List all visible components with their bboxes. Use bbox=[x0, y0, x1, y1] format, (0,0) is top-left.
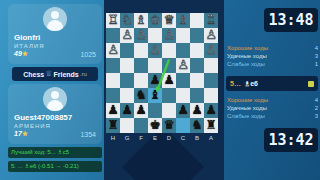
piece-black-pawn: ♟ bbox=[191, 104, 202, 117]
file-label-f: F bbox=[134, 135, 148, 142]
avatar-black[interactable] bbox=[43, 87, 67, 111]
piece-black-pawn: ♟ bbox=[163, 74, 174, 87]
square-b5[interactable] bbox=[190, 73, 204, 88]
square-f6[interactable]: ♞ bbox=[134, 88, 148, 103]
stat-row-white-lucky: Удачные ходы3 bbox=[227, 52, 318, 60]
square-f8[interactable] bbox=[134, 118, 148, 133]
piece-white-pawn: ♙ bbox=[205, 44, 216, 57]
avatar-icon bbox=[51, 11, 59, 19]
square-h2[interactable] bbox=[106, 28, 120, 43]
stat-row-black-weak: Слабые ходы3 bbox=[227, 112, 318, 120]
piece-black-pawn: ♟ bbox=[205, 104, 216, 117]
stat-label: Слабые ходы bbox=[227, 113, 265, 119]
current-move-bar[interactable]: 5… ♗e6 bbox=[226, 76, 318, 91]
square-g2[interactable]: ♙ bbox=[120, 28, 134, 43]
stat-value: 4 bbox=[315, 97, 318, 103]
square-a3[interactable]: ♙ bbox=[204, 43, 218, 58]
avatar-white[interactable] bbox=[43, 7, 67, 31]
square-h1[interactable]: ♖ bbox=[106, 13, 120, 28]
stat-value: 2 bbox=[315, 105, 318, 111]
square-a2[interactable]: ♙ bbox=[204, 28, 218, 43]
player-country-black: АРМЕНИЯ bbox=[14, 123, 96, 129]
piece-black-knight: ♞ bbox=[135, 89, 146, 102]
player-name-white: Gionfri bbox=[14, 33, 96, 42]
file-label-g: G bbox=[120, 135, 134, 142]
piece-white-pawn: ♙ bbox=[121, 29, 132, 42]
move-number: 5… bbox=[230, 80, 241, 87]
piece-black-pawn: ♟ bbox=[149, 74, 160, 87]
square-d2[interactable]: ♙ bbox=[162, 28, 176, 43]
square-b7[interactable]: ♟ bbox=[190, 103, 204, 118]
square-f1[interactable]: ♗ bbox=[134, 13, 148, 28]
square-e2[interactable] bbox=[148, 28, 162, 43]
square-g1[interactable]: ♘ bbox=[120, 13, 134, 28]
stat-row-white-weak: Слабые ходы1 bbox=[227, 60, 318, 68]
square-d4[interactable] bbox=[162, 58, 176, 73]
square-d5[interactable]: ♟ bbox=[162, 73, 176, 88]
file-label-e: E bbox=[148, 135, 162, 142]
square-d8[interactable]: ♛ bbox=[162, 118, 176, 133]
square-e3[interactable]: ♙ bbox=[148, 43, 162, 58]
crown-icon: ♕ bbox=[45, 70, 52, 78]
piece-black-knight: ♞ bbox=[191, 119, 202, 132]
piece-black-pawn: ♟ bbox=[177, 104, 188, 117]
square-b8[interactable]: ♞ bbox=[190, 118, 204, 133]
piece-white-pawn: ♙ bbox=[205, 29, 216, 42]
player-stars-black: 17★ bbox=[14, 130, 28, 138]
stat-label: Удачные ходы bbox=[227, 53, 267, 59]
square-h3[interactable]: ♙ bbox=[106, 43, 120, 58]
square-f4[interactable] bbox=[134, 58, 148, 73]
stat-value: 4 bbox=[315, 45, 318, 51]
best-move-hint: Лучший ход: 5... ♗c5 bbox=[8, 147, 102, 158]
square-f7[interactable]: ♟ bbox=[134, 103, 148, 118]
player-country-white: ИТАЛИЯ bbox=[14, 43, 96, 49]
played-move-eval: 5. ... ♗e6 (-0.51 → -0.21) bbox=[8, 161, 102, 172]
file-coordinates: HGFEDCBA bbox=[106, 135, 218, 142]
square-a8[interactable]: ♜ bbox=[204, 118, 218, 133]
player-rating-black: 1354 bbox=[80, 131, 96, 138]
square-g8[interactable] bbox=[120, 118, 134, 133]
star-icon: ★ bbox=[22, 130, 28, 137]
square-a6[interactable] bbox=[204, 88, 218, 103]
square-c2[interactable] bbox=[176, 28, 190, 43]
logo-text-ru: .ru bbox=[80, 71, 87, 77]
piece-white-bishop: ♗ bbox=[177, 14, 188, 27]
piece-white-queen: ♕ bbox=[163, 14, 174, 27]
square-b6[interactable] bbox=[190, 88, 204, 103]
stat-value: 3 bbox=[315, 113, 318, 119]
move-stats-black: Хорошие ходы4Удачные ходы2Слабые ходы3 bbox=[227, 96, 318, 120]
avatar-icon bbox=[47, 100, 63, 111]
square-g7[interactable]: ♟ bbox=[120, 103, 134, 118]
square-h4[interactable] bbox=[106, 58, 120, 73]
piece-white-pawn: ♙ bbox=[149, 44, 160, 57]
square-e8[interactable]: ♚ bbox=[148, 118, 162, 133]
stat-label: Хорошие ходы bbox=[227, 45, 268, 51]
square-c6[interactable] bbox=[176, 88, 190, 103]
player-stars-white: 49★ bbox=[14, 50, 28, 58]
square-e5[interactable]: ♟ bbox=[148, 73, 162, 88]
square-d3[interactable] bbox=[162, 43, 176, 58]
clock-black: 13:42 bbox=[264, 128, 318, 152]
piece-white-bishop: ♗ bbox=[135, 14, 146, 27]
player-name-black: Guest47008857 bbox=[14, 113, 96, 122]
square-h6[interactable] bbox=[106, 88, 120, 103]
square-a5[interactable] bbox=[204, 73, 218, 88]
logo-text-chess: Chess bbox=[23, 71, 44, 78]
piece-black-rook: ♜ bbox=[107, 119, 118, 132]
stat-value: 3 bbox=[315, 53, 318, 59]
piece-white-pawn: ♙ bbox=[177, 59, 188, 72]
square-d6[interactable] bbox=[162, 88, 176, 103]
square-h7[interactable]: ♟ bbox=[106, 103, 120, 118]
square-c5[interactable] bbox=[176, 73, 190, 88]
square-e7[interactable] bbox=[148, 103, 162, 118]
piece-black-king: ♚ bbox=[149, 119, 160, 132]
square-d7[interactable] bbox=[162, 103, 176, 118]
square-f2[interactable]: ♙ bbox=[134, 28, 148, 43]
stat-row-black-lucky: Удачные ходы2 bbox=[227, 104, 318, 112]
square-g5[interactable] bbox=[120, 73, 134, 88]
piece-white-pawn: ♙ bbox=[107, 44, 118, 57]
piece-white-pawn: ♙ bbox=[135, 29, 146, 42]
player-card-white: Gionfri ИТАЛИЯ 49★ 1025 bbox=[8, 4, 102, 64]
square-c3[interactable] bbox=[176, 43, 190, 58]
file-label-b: B bbox=[190, 135, 204, 142]
square-c4[interactable]: ♙ bbox=[176, 58, 190, 73]
square-a7[interactable]: ♟ bbox=[204, 103, 218, 118]
square-a4[interactable] bbox=[204, 58, 218, 73]
square-e1[interactable]: ♔ bbox=[148, 13, 162, 28]
piece-white-rook: ♖ bbox=[205, 14, 216, 27]
logo-text-friends: Friends bbox=[53, 71, 78, 78]
stat-value: 1 bbox=[315, 61, 318, 67]
square-g6[interactable] bbox=[120, 88, 134, 103]
square-e6[interactable]: ♝ bbox=[148, 88, 162, 103]
piece-black-pawn: ♟ bbox=[121, 104, 132, 117]
file-label-d: D bbox=[162, 135, 176, 142]
square-c7[interactable]: ♟ bbox=[176, 103, 190, 118]
square-e4[interactable] bbox=[148, 58, 162, 73]
stat-label: Слабые ходы bbox=[227, 61, 265, 67]
clock-white: 13:48 bbox=[264, 8, 318, 32]
piece-white-rook: ♖ bbox=[107, 14, 118, 27]
square-a1[interactable]: ♖ bbox=[204, 13, 218, 28]
piece-black-rook: ♜ bbox=[205, 119, 216, 132]
move-notation: ♗e6 bbox=[244, 80, 305, 88]
square-g4[interactable] bbox=[120, 58, 134, 73]
avatar-icon bbox=[51, 91, 59, 99]
square-f5[interactable] bbox=[134, 73, 148, 88]
square-c8[interactable] bbox=[176, 118, 190, 133]
square-b3[interactable] bbox=[190, 43, 204, 58]
avatar-icon bbox=[47, 20, 63, 31]
file-label-c: C bbox=[176, 135, 190, 142]
star-icon: ★ bbox=[22, 50, 28, 57]
chess-board[interactable]: ♖♘♗♔♕♗♖♙♙♙♙♙♙♙♙♟♟♞♝♟♟♟♟♟♟♜♚♛♞♜ bbox=[106, 13, 218, 133]
piece-black-pawn: ♟ bbox=[107, 104, 118, 117]
player-card-black: Guest47008857 АРМЕНИЯ 17★ 1354 bbox=[8, 84, 102, 144]
square-c1[interactable]: ♗ bbox=[176, 13, 190, 28]
stat-label: Удачные ходы bbox=[227, 105, 267, 111]
chess-app-window: Gionfri ИТАЛИЯ 49★ 1025 Chess ♕ Friends … bbox=[0, 0, 320, 180]
piece-black-queen: ♛ bbox=[163, 119, 174, 132]
square-h5[interactable] bbox=[106, 73, 120, 88]
stat-row-white-good: Хорошие ходы4 bbox=[227, 44, 318, 52]
square-b4[interactable] bbox=[190, 58, 204, 73]
player-rating-white: 1025 bbox=[80, 51, 96, 58]
file-label-a: A bbox=[204, 135, 218, 142]
piece-black-pawn: ♟ bbox=[135, 104, 146, 117]
stat-row-black-good: Хорошие ходы4 bbox=[227, 96, 318, 104]
piece-black-bishop: ♝ bbox=[149, 89, 160, 102]
stat-label: Хорошие ходы bbox=[227, 97, 268, 103]
move-stats-white: Хорошие ходы4Удачные ходы3Слабые ходы1 bbox=[227, 44, 318, 68]
piece-white-pawn: ♙ bbox=[163, 29, 174, 42]
square-b1[interactable] bbox=[190, 13, 204, 28]
square-h8[interactable]: ♜ bbox=[106, 118, 120, 133]
square-d1[interactable]: ♕ bbox=[162, 13, 176, 28]
chessfriends-logo[interactable]: Chess ♕ Friends .ru bbox=[12, 67, 98, 81]
piece-white-knight: ♘ bbox=[121, 14, 132, 27]
piece-white-king: ♔ bbox=[149, 14, 160, 27]
move-quality-icon bbox=[308, 81, 314, 87]
square-f3[interactable] bbox=[134, 43, 148, 58]
file-label-h: H bbox=[106, 135, 120, 142]
square-g3[interactable] bbox=[120, 43, 134, 58]
square-b2[interactable] bbox=[190, 28, 204, 43]
